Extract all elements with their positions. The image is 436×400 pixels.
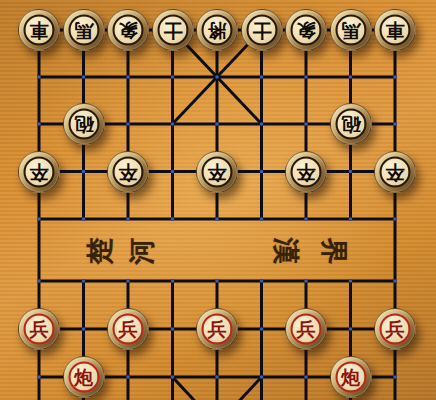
piece-face: 卒 bbox=[202, 156, 233, 187]
piece-glyph: 卒 bbox=[208, 162, 227, 181]
piece-black-soldier[interactable]: 卒 bbox=[285, 151, 327, 193]
xiangqi-board: 楚 河 漢 界 車馬象士將士象馬車砲砲卒卒卒卒卒兵兵兵兵兵炮炮 bbox=[0, 0, 436, 400]
piece-red-soldier[interactable]: 兵 bbox=[107, 308, 149, 350]
piece-glyph: 車 bbox=[30, 21, 49, 40]
piece-face: 砲 bbox=[335, 109, 366, 140]
piece-glyph: 砲 bbox=[341, 115, 360, 134]
piece-face: 馬 bbox=[68, 15, 99, 46]
piece-face: 象 bbox=[291, 15, 322, 46]
piece-face: 卒 bbox=[113, 156, 144, 187]
river-text-he: 河 bbox=[124, 231, 160, 271]
piece-black-elephant[interactable]: 象 bbox=[285, 9, 327, 51]
piece-glyph: 兵 bbox=[386, 320, 405, 339]
piece-glyph: 象 bbox=[119, 21, 138, 40]
piece-face: 士 bbox=[157, 15, 188, 46]
piece-red-soldier[interactable]: 兵 bbox=[374, 308, 416, 350]
piece-red-soldier[interactable]: 兵 bbox=[285, 308, 327, 350]
piece-black-horse[interactable]: 馬 bbox=[63, 9, 105, 51]
piece-glyph: 卒 bbox=[386, 162, 405, 181]
piece-face: 馬 bbox=[335, 15, 366, 46]
piece-black-soldier[interactable]: 卒 bbox=[374, 151, 416, 193]
piece-glyph: 兵 bbox=[30, 320, 49, 339]
piece-black-cannon[interactable]: 砲 bbox=[330, 103, 372, 145]
piece-glyph: 兵 bbox=[208, 320, 227, 339]
piece-face: 士 bbox=[246, 15, 277, 46]
piece-face: 將 bbox=[202, 15, 233, 46]
piece-glyph: 馬 bbox=[341, 21, 360, 40]
piece-red-soldier[interactable]: 兵 bbox=[18, 308, 60, 350]
piece-red-cannon[interactable]: 炮 bbox=[63, 356, 105, 398]
piece-face: 兵 bbox=[24, 314, 55, 345]
piece-glyph: 馬 bbox=[74, 21, 93, 40]
river-text-jie: 界 bbox=[316, 231, 352, 271]
piece-black-soldier[interactable]: 卒 bbox=[18, 151, 60, 193]
piece-red-cannon[interactable]: 炮 bbox=[330, 356, 372, 398]
piece-face: 砲 bbox=[68, 109, 99, 140]
piece-glyph: 炮 bbox=[341, 368, 360, 387]
piece-face: 兵 bbox=[202, 314, 233, 345]
piece-black-advisor[interactable]: 士 bbox=[152, 9, 194, 51]
piece-red-soldier[interactable]: 兵 bbox=[196, 308, 238, 350]
piece-glyph: 卒 bbox=[30, 162, 49, 181]
piece-face: 炮 bbox=[68, 362, 99, 393]
piece-black-elephant[interactable]: 象 bbox=[107, 9, 149, 51]
piece-glyph: 象 bbox=[297, 21, 316, 40]
piece-face: 車 bbox=[380, 15, 411, 46]
piece-face: 象 bbox=[113, 15, 144, 46]
piece-face: 兵 bbox=[380, 314, 411, 345]
piece-glyph: 士 bbox=[252, 21, 271, 40]
piece-glyph: 將 bbox=[208, 21, 227, 40]
piece-black-chariot[interactable]: 車 bbox=[18, 9, 60, 51]
piece-black-chariot[interactable]: 車 bbox=[374, 9, 416, 51]
piece-face: 車 bbox=[24, 15, 55, 46]
piece-face: 兵 bbox=[291, 314, 322, 345]
piece-black-general[interactable]: 將 bbox=[196, 9, 238, 51]
piece-black-cannon[interactable]: 砲 bbox=[63, 103, 105, 145]
piece-glyph: 炮 bbox=[74, 368, 93, 387]
piece-glyph: 砲 bbox=[74, 115, 93, 134]
piece-black-soldier[interactable]: 卒 bbox=[196, 151, 238, 193]
piece-glyph: 卒 bbox=[119, 162, 138, 181]
piece-black-soldier[interactable]: 卒 bbox=[107, 151, 149, 193]
piece-face: 卒 bbox=[24, 156, 55, 187]
river-text-chu: 楚 bbox=[82, 231, 118, 271]
piece-glyph: 士 bbox=[163, 21, 182, 40]
river-text-han: 漢 bbox=[268, 231, 304, 271]
piece-black-advisor[interactable]: 士 bbox=[241, 9, 283, 51]
piece-glyph: 兵 bbox=[119, 320, 138, 339]
piece-glyph: 兵 bbox=[297, 320, 316, 339]
piece-face: 卒 bbox=[380, 156, 411, 187]
piece-black-horse[interactable]: 馬 bbox=[330, 9, 372, 51]
piece-face: 兵 bbox=[113, 314, 144, 345]
piece-face: 卒 bbox=[291, 156, 322, 187]
piece-glyph: 卒 bbox=[297, 162, 316, 181]
piece-face: 炮 bbox=[335, 362, 366, 393]
piece-glyph: 車 bbox=[386, 21, 405, 40]
